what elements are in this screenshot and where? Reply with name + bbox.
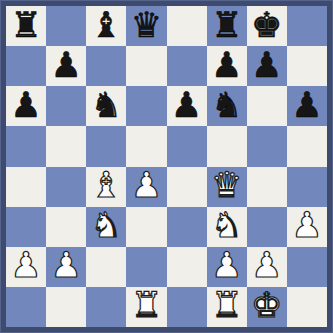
square-b6[interactable]: [46, 86, 86, 126]
piece-black-rook-f8[interactable]: ♜: [207, 6, 247, 46]
square-h5[interactable]: [287, 126, 327, 166]
square-a2[interactable]: ♟: [6, 247, 46, 287]
piece-black-king-g8[interactable]: ♚: [247, 6, 287, 46]
square-a3[interactable]: [6, 207, 46, 247]
piece-black-pawn-h6[interactable]: ♟: [287, 86, 327, 126]
piece-black-pawn-e6[interactable]: ♟: [167, 86, 207, 126]
piece-white-bishop-c4[interactable]: ♝: [86, 167, 126, 207]
piece-white-knight-f3[interactable]: ♞: [207, 207, 247, 247]
square-b5[interactable]: [46, 126, 86, 166]
square-h3[interactable]: ♟: [287, 207, 327, 247]
square-h6[interactable]: ♟: [287, 86, 327, 126]
square-d4[interactable]: ♟: [126, 167, 166, 207]
square-e4[interactable]: [167, 167, 207, 207]
square-a4[interactable]: [6, 167, 46, 207]
piece-white-queen-f4[interactable]: ♛: [207, 167, 247, 207]
square-b7[interactable]: ♟: [46, 46, 86, 86]
square-e6[interactable]: ♟: [167, 86, 207, 126]
piece-white-pawn-a2[interactable]: ♟: [6, 247, 46, 287]
square-e2[interactable]: [167, 247, 207, 287]
square-d2[interactable]: [126, 247, 166, 287]
square-e5[interactable]: [167, 126, 207, 166]
square-b2[interactable]: ♟: [46, 247, 86, 287]
piece-black-pawn-g7[interactable]: ♟: [247, 46, 287, 86]
square-b8[interactable]: [46, 6, 86, 46]
square-d6[interactable]: [126, 86, 166, 126]
square-f2[interactable]: ♟: [207, 247, 247, 287]
piece-black-knight-f6[interactable]: ♞: [207, 86, 247, 126]
square-e3[interactable]: [167, 207, 207, 247]
square-h8[interactable]: [287, 6, 327, 46]
square-a5[interactable]: [6, 126, 46, 166]
square-g6[interactable]: [247, 86, 287, 126]
square-a8[interactable]: ♜: [6, 6, 46, 46]
piece-black-queen-d8[interactable]: ♛: [126, 6, 166, 46]
square-c3[interactable]: ♞: [86, 207, 126, 247]
square-f7[interactable]: ♟: [207, 46, 247, 86]
square-d3[interactable]: [126, 207, 166, 247]
square-c7[interactable]: [86, 46, 126, 86]
square-g2[interactable]: ♟: [247, 247, 287, 287]
square-h1[interactable]: [287, 287, 327, 327]
square-h7[interactable]: [287, 46, 327, 86]
square-f4[interactable]: ♛: [207, 167, 247, 207]
square-g3[interactable]: [247, 207, 287, 247]
square-h2[interactable]: [287, 247, 327, 287]
square-g1[interactable]: ♚: [247, 287, 287, 327]
square-c8[interactable]: ♝: [86, 6, 126, 46]
square-c6[interactable]: ♞: [86, 86, 126, 126]
square-g8[interactable]: ♚: [247, 6, 287, 46]
square-g4[interactable]: [247, 167, 287, 207]
piece-white-pawn-h3[interactable]: ♟: [287, 207, 327, 247]
square-h4[interactable]: [287, 167, 327, 207]
square-f3[interactable]: ♞: [207, 207, 247, 247]
piece-white-king-g1[interactable]: ♚: [247, 287, 287, 327]
square-b3[interactable]: [46, 207, 86, 247]
piece-white-pawn-f2[interactable]: ♟: [207, 247, 247, 287]
square-d8[interactable]: ♛: [126, 6, 166, 46]
square-a7[interactable]: [6, 46, 46, 86]
piece-white-rook-d1[interactable]: ♜: [126, 287, 166, 327]
square-f6[interactable]: ♞: [207, 86, 247, 126]
piece-black-bishop-c8[interactable]: ♝: [86, 6, 126, 46]
piece-white-rook-f1[interactable]: ♜: [207, 287, 247, 327]
piece-white-knight-c3[interactable]: ♞: [86, 207, 126, 247]
piece-white-pawn-d4[interactable]: ♟: [126, 167, 166, 207]
piece-black-rook-a8[interactable]: ♜: [6, 6, 46, 46]
square-c5[interactable]: [86, 126, 126, 166]
square-d7[interactable]: [126, 46, 166, 86]
square-g5[interactable]: [247, 126, 287, 166]
square-f8[interactable]: ♜: [207, 6, 247, 46]
square-d5[interactable]: [126, 126, 166, 166]
square-d1[interactable]: ♜: [126, 287, 166, 327]
piece-black-pawn-b7[interactable]: ♟: [46, 46, 86, 86]
chess-board-frame: ♜♝♛♜♚♟♟♟♟♞♟♞♟♝♟♛♞♞♟♟♟♟♟♜♜♚: [0, 0, 333, 333]
square-c1[interactable]: [86, 287, 126, 327]
square-b4[interactable]: [46, 167, 86, 207]
square-c2[interactable]: [86, 247, 126, 287]
square-a1[interactable]: [6, 287, 46, 327]
square-f1[interactable]: ♜: [207, 287, 247, 327]
piece-black-pawn-f7[interactable]: ♟: [207, 46, 247, 86]
square-f5[interactable]: [207, 126, 247, 166]
square-c4[interactable]: ♝: [86, 167, 126, 207]
piece-black-knight-c6[interactable]: ♞: [86, 86, 126, 126]
square-e8[interactable]: [167, 6, 207, 46]
piece-white-pawn-b2[interactable]: ♟: [46, 247, 86, 287]
square-g7[interactable]: ♟: [247, 46, 287, 86]
piece-black-pawn-a6[interactable]: ♟: [6, 86, 46, 126]
chess-board: ♜♝♛♜♚♟♟♟♟♞♟♞♟♝♟♛♞♞♟♟♟♟♟♜♜♚: [6, 6, 327, 327]
square-a6[interactable]: ♟: [6, 86, 46, 126]
square-e7[interactable]: [167, 46, 207, 86]
piece-white-pawn-g2[interactable]: ♟: [247, 247, 287, 287]
square-e1[interactable]: [167, 287, 207, 327]
square-b1[interactable]: [46, 287, 86, 327]
